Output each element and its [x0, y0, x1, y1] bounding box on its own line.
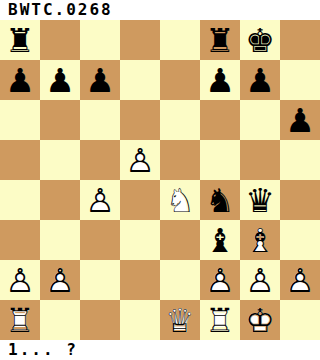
piece-black-knight: ♞	[200, 180, 240, 220]
square-d1[interactable]	[120, 300, 160, 340]
piece-white-pawn: ♟♙	[120, 140, 160, 180]
square-g3[interactable]: ♝♗	[240, 220, 280, 260]
square-h3[interactable]	[280, 220, 320, 260]
square-e5[interactable]	[160, 140, 200, 180]
piece-black-pawn: ♟	[240, 60, 280, 100]
square-d3[interactable]	[120, 220, 160, 260]
square-h2[interactable]: ♟♙	[280, 260, 320, 300]
piece-white-pawn: ♟♙	[240, 260, 280, 300]
square-b7[interactable]: ♟	[40, 60, 80, 100]
square-a4[interactable]	[0, 180, 40, 220]
square-a5[interactable]	[0, 140, 40, 180]
piece-white-pawn: ♟♙	[280, 260, 320, 300]
square-c1[interactable]	[80, 300, 120, 340]
square-g8[interactable]: ♚	[240, 20, 280, 60]
square-d2[interactable]	[120, 260, 160, 300]
square-f2[interactable]: ♟♙	[200, 260, 240, 300]
square-e3[interactable]	[160, 220, 200, 260]
piece-black-pawn: ♟	[200, 60, 240, 100]
square-e6[interactable]	[160, 100, 200, 140]
square-f5[interactable]	[200, 140, 240, 180]
piece-black-pawn: ♟	[80, 60, 120, 100]
square-d5[interactable]: ♟♙	[120, 140, 160, 180]
square-b8[interactable]	[40, 20, 80, 60]
square-f4[interactable]: ♞	[200, 180, 240, 220]
square-e7[interactable]	[160, 60, 200, 100]
piece-white-pawn: ♟♙	[0, 260, 40, 300]
square-a1[interactable]: ♜♖	[0, 300, 40, 340]
square-b6[interactable]	[40, 100, 80, 140]
square-e8[interactable]	[160, 20, 200, 60]
square-g4[interactable]: ♛	[240, 180, 280, 220]
square-h5[interactable]	[280, 140, 320, 180]
square-h4[interactable]	[280, 180, 320, 220]
square-d6[interactable]	[120, 100, 160, 140]
square-c8[interactable]	[80, 20, 120, 60]
square-c6[interactable]	[80, 100, 120, 140]
square-f6[interactable]	[200, 100, 240, 140]
square-h8[interactable]	[280, 20, 320, 60]
square-e4[interactable]: ♞♘	[160, 180, 200, 220]
square-b1[interactable]	[40, 300, 80, 340]
square-g2[interactable]: ♟♙	[240, 260, 280, 300]
move-prompt: 1... ?	[0, 340, 320, 360]
piece-white-pawn: ♟♙	[200, 260, 240, 300]
square-e2[interactable]	[160, 260, 200, 300]
square-b2[interactable]: ♟♙	[40, 260, 80, 300]
piece-white-queen: ♛♕	[160, 300, 200, 340]
square-e1[interactable]: ♛♕	[160, 300, 200, 340]
square-c2[interactable]	[80, 260, 120, 300]
piece-white-pawn: ♟♙	[40, 260, 80, 300]
square-g5[interactable]	[240, 140, 280, 180]
square-g7[interactable]: ♟	[240, 60, 280, 100]
piece-black-rook: ♜	[0, 20, 40, 60]
square-d7[interactable]	[120, 60, 160, 100]
puzzle-id: BWTC.0268	[0, 0, 320, 20]
piece-black-pawn: ♟	[40, 60, 80, 100]
square-h7[interactable]	[280, 60, 320, 100]
square-f8[interactable]: ♜	[200, 20, 240, 60]
piece-white-rook: ♜♖	[200, 300, 240, 340]
square-a3[interactable]	[0, 220, 40, 260]
square-f1[interactable]: ♜♖	[200, 300, 240, 340]
square-d4[interactable]	[120, 180, 160, 220]
piece-white-king: ♚♔	[240, 300, 280, 340]
square-a8[interactable]: ♜	[0, 20, 40, 60]
square-a2[interactable]: ♟♙	[0, 260, 40, 300]
piece-black-king: ♚	[240, 20, 280, 60]
square-c5[interactable]	[80, 140, 120, 180]
square-g6[interactable]	[240, 100, 280, 140]
piece-white-pawn: ♟♙	[80, 180, 120, 220]
square-f7[interactable]: ♟	[200, 60, 240, 100]
piece-white-knight: ♞♘	[160, 180, 200, 220]
square-d8[interactable]	[120, 20, 160, 60]
piece-black-rook: ♜	[200, 20, 240, 60]
piece-black-bishop: ♝	[200, 220, 240, 260]
square-a7[interactable]: ♟	[0, 60, 40, 100]
piece-black-pawn: ♟	[0, 60, 40, 100]
square-a6[interactable]	[0, 100, 40, 140]
square-c7[interactable]: ♟	[80, 60, 120, 100]
square-b5[interactable]	[40, 140, 80, 180]
piece-black-pawn: ♟	[280, 100, 320, 140]
square-b4[interactable]	[40, 180, 80, 220]
square-h1[interactable]	[280, 300, 320, 340]
square-f3[interactable]: ♝	[200, 220, 240, 260]
chess-board: ♜♜♚♟♟♟♟♟♟♟♙♟♙♞♘♞♛♝♝♗♟♙♟♙♟♙♟♙♟♙♜♖♛♕♜♖♚♔	[0, 20, 320, 340]
square-c3[interactable]	[80, 220, 120, 260]
square-h6[interactable]: ♟	[280, 100, 320, 140]
square-b3[interactable]	[40, 220, 80, 260]
square-g1[interactable]: ♚♔	[240, 300, 280, 340]
square-c4[interactable]: ♟♙	[80, 180, 120, 220]
piece-white-rook: ♜♖	[0, 300, 40, 340]
piece-black-queen: ♛	[240, 180, 280, 220]
piece-white-bishop: ♝♗	[240, 220, 280, 260]
